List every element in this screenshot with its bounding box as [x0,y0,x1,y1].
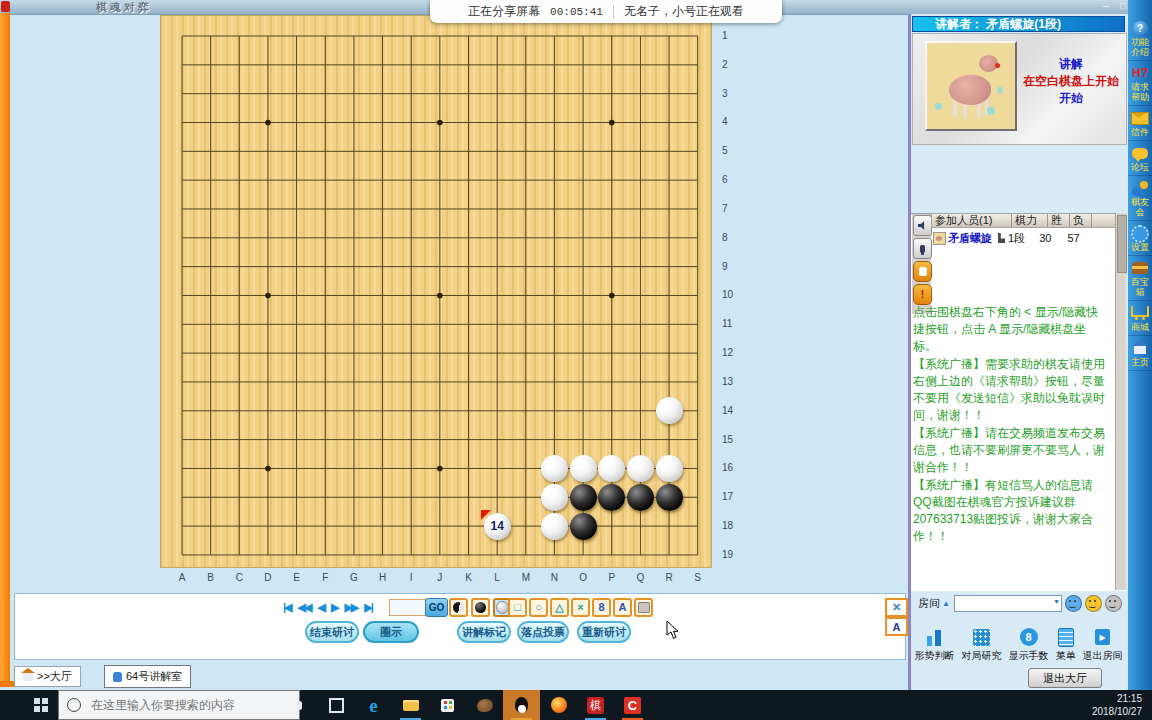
taskbar-firefox-icon[interactable] [540,690,577,720]
stone-black-o18 [570,513,597,540]
research-icon [973,629,990,646]
broadcast-message-area[interactable]: 点击围棋盘右下角的 < 显示/隐藏快捷按钮，点击 A 显示/隐藏棋盘坐标。【系统… [913,304,1109,590]
rail-label: 商城 [1130,322,1150,332]
taskbar-microphone-icon[interactable] [281,690,318,720]
stone-black-o17 [570,484,597,511]
broadcast-message-1: 点击围棋盘右下角的 < 显示/隐藏快捷按钮，点击 A 显示/隐藏棋盘坐标。 [913,304,1109,355]
rail-label: 论坛 [1130,162,1150,172]
stone-white-n18 [541,513,568,540]
window-title: 棋魂对弈 [96,0,152,14]
column-label: J [430,572,450,583]
rail-item-设置[interactable]: 设置 [1128,221,1152,256]
number-marker-icon: 8 [598,602,604,613]
room-combobox[interactable] [954,595,1062,612]
stone-black-r17 [656,484,683,511]
mail-icon [1131,112,1149,125]
clock-date: 2018/10/27 [1092,705,1142,718]
system-tray: 21:15 2018/10/27 [1086,690,1148,720]
lecture-button-4[interactable]: 落点投票 [517,621,569,643]
rail-label: 主页 [1130,357,1150,367]
share-status: 正在分享屏幕 [468,3,540,20]
column-label: B [201,572,221,583]
people-icon [1131,181,1149,196]
action-label: 显示手数 [1009,649,1049,663]
clock-time: 21:15 [1117,692,1142,705]
participant-wins: 30 [1039,232,1051,244]
participant-name: 矛盾螺旋 [948,231,992,246]
rank-icon [998,233,1005,243]
alert-icon: ! [921,289,925,300]
room-bar: 房间 ▲ [911,592,1126,614]
taskbar-store-icon[interactable] [429,690,466,720]
minimize-button[interactable]: ─ [1100,0,1112,13]
participant-row[interactable]: 矛盾螺旋 1段 30 57 [931,228,1118,248]
row-label: 10 [722,289,733,300]
column-label: D [258,572,278,583]
goat-art [987,107,995,115]
goat-art [997,87,1003,93]
number-marker-button[interactable]: 8 [592,598,611,617]
stone-tool-group [449,598,512,617]
column-label: M [516,572,536,583]
raise-hand-icon [919,267,927,276]
stone-white-r14 [656,397,683,424]
research-action[interactable]: 对局研究 [962,627,1002,663]
desktop: 棋魂对弈 ─ □ ✕ 14 ABCDEFGHIJKLMNOPQRS 123456… [0,0,1152,720]
rail-label: 设置 [1130,242,1150,252]
home-icon [23,673,33,681]
mic-icon [920,245,925,253]
lecture-line-3: 开始 [1017,90,1125,107]
column-label: K [459,572,479,583]
chat-scrollbar-thumb[interactable] [1117,215,1127,273]
column-label: F [315,572,335,583]
rail-label: 信件 [1130,127,1150,137]
eraser-button[interactable] [634,598,653,617]
col-participants: 参加人员(1) [932,214,1012,227]
circle-marker-icon: ○ [535,602,542,613]
share-divider [613,5,614,19]
taskbar-game-icon[interactable] [466,690,503,720]
speaker-button[interactable] [913,215,932,236]
room-label: 房间 [918,596,940,611]
participants-table: 参加人员(1) 棋力 胜 负 矛盾螺旋 1段 30 57 [931,213,1118,248]
share-timer: 00:05:41 [550,6,603,18]
row-label: 9 [722,261,728,272]
participant-rank: 1段 [1008,231,1025,246]
rail-label: 百宝箱 [1130,277,1150,297]
nav-fast-back-button[interactable]: ◀◀ [298,601,311,614]
column-label: S [688,572,708,583]
row-label: 13 [722,376,733,387]
rail-item-主页[interactable]: 主页 [1128,336,1152,371]
cross-marker-icon: × [577,602,583,613]
col-losses: 负 [1070,214,1092,227]
voice-button-column: ! [912,214,931,314]
cortana-icon [67,698,81,712]
taskbar-explorer-icon[interactable] [392,690,429,720]
board-column-labels: ABCDEFGHIJKLMNOPQRS [160,572,712,586]
lecture-button-2[interactable]: 圈示 [363,621,419,643]
tab-lecture-room-label: 64号讲解室 [126,669,182,684]
column-label: A [172,572,192,583]
taskbar-qi-icon[interactable] [577,690,614,720]
smiley-emote-button[interactable] [1085,595,1102,612]
stone-black-q17 [627,484,654,511]
nav-back-button[interactable]: ◀ [317,601,323,614]
mic-button[interactable] [913,238,932,259]
col-wins: 胜 [1048,214,1070,227]
column-label: I [401,572,421,583]
row-label: 15 [722,434,733,445]
circle-marker-button[interactable]: ○ [529,598,548,617]
taskbar-clock[interactable]: 21:15 2018/10/27 [1092,692,1142,718]
action-label: 形势判断 [915,649,955,663]
taskbar-search[interactable] [58,690,300,720]
participants-header: 参加人员(1) 棋力 胜 负 [931,213,1118,228]
column-label: L [487,572,507,583]
movenum-icon: 8 [1020,628,1038,646]
taskbar-apps [281,690,651,720]
row-label: 11 [722,318,732,329]
column-label: C [229,572,249,583]
column-label: O [573,572,593,583]
row-label: 8 [722,232,728,243]
menu-action[interactable]: 菜单 [1056,627,1076,663]
tab-lecture-room[interactable]: 64号讲解室 [104,665,191,688]
rail-item-论坛[interactable]: 论坛 [1128,141,1152,176]
exit-hall-button[interactable]: 退出大厅 [1028,668,1102,688]
row-label: 18 [722,520,733,531]
broadcast-message-3: 【系统广播】请在交易频道发布交易信息，也请不要刷屏更不要骂人，谢谢合作！！ [913,425,1109,476]
blue-face-emote-button[interactable] [1065,595,1082,612]
speaker-icon [918,221,927,230]
eraser-icon [638,602,650,613]
row-label: 16 [722,462,733,473]
stone-white-n17 [541,484,568,511]
sidebar-action-bar: 形势判断对局研究8显示手数菜单▶退出房间 [911,615,1126,663]
right-toolbar: ?功能介绍H?请求帮助信件论坛棋友会设置百宝箱商城主页 [1128,0,1152,690]
taskbar-task-view-icon[interactable] [318,690,355,720]
sidebar: 讲解者： 矛盾螺旋(1段) 讲解 在空白棋盘上开始 开始 ! 参加人员(1 [911,14,1128,690]
col-spare [1092,214,1117,227]
stone-black-p17 [598,484,625,511]
lecturer-header: 讲解者： 矛盾螺旋(1段) [912,16,1125,32]
lecturer-avatar [925,41,1017,131]
action-label: 菜单 [1056,649,1076,663]
row-label: 1 [722,30,728,41]
column-label: G [344,572,364,583]
row-label: 12 [722,347,733,358]
taskbar-edge-icon[interactable] [355,690,392,720]
move-number-label: 14 [484,513,511,540]
stone-white-l18: 14 [484,513,511,540]
row-label: 3 [722,88,728,99]
rail-item-功能介绍[interactable]: ?功能介绍 [1128,16,1152,61]
lecture-button-1[interactable]: 结束研讨 [305,621,359,643]
lecture-button-5[interactable]: 重新研讨 [577,621,631,643]
gear-icon [1131,225,1149,243]
nav-fast-forward-button[interactable]: ▶▶ [344,601,357,614]
hand-icon [113,672,122,682]
stone-white-o16 [570,455,597,482]
goat-art [949,75,991,105]
rail-item-请求帮助[interactable]: H?请求帮助 [1128,61,1152,106]
triangle-marker-icon: △ [555,602,563,613]
letter-marker-icon: A [619,602,627,613]
letter-marker-button[interactable]: A [613,598,632,617]
app-icon [1,1,10,12]
start-button[interactable] [26,690,56,720]
action-label: 退出房间 [1083,649,1123,663]
menu-icon [1058,628,1074,647]
stone-white-n16 [541,455,568,482]
question-circle-icon: ? [1133,21,1148,36]
lecture-line-1: 讲解 [1017,56,1125,73]
room-collapse-button[interactable]: ▲ [942,599,950,608]
rail-item-棋友会[interactable]: 棋友会 [1128,176,1152,221]
gray-face-emote-button[interactable] [1105,595,1122,612]
rail-label: 请求帮助 [1130,82,1150,102]
taskbar: 21:15 2018/10/27 [0,690,1152,720]
column-label: Q [630,572,650,583]
column-label: H [373,572,393,583]
exitroom-action[interactable]: ▶退出房间 [1083,627,1123,663]
treasure-icon [1132,262,1148,274]
goat-art [995,63,1000,68]
goat-art [935,103,942,110]
search-input[interactable] [89,697,283,713]
row-label: 4 [722,116,728,127]
nav-forward-button[interactable]: ▶ [331,601,337,614]
tab-lobby[interactable]: >>大厅 [14,666,81,687]
row-label: 6 [722,174,728,185]
column-label: P [602,572,622,583]
coords-toggle-button[interactable]: A [885,617,908,636]
alternate-stone-icon [453,602,464,613]
screen-share-bar: 正在分享屏幕 00:05:41 无名子，小号正在观看 [430,0,782,23]
triangle-marker-button[interactable]: △ [550,598,569,617]
go-board[interactable]: 14 [160,15,712,568]
row-label: 7 [722,203,728,214]
row-label: 2 [722,59,728,70]
participant-losses: 57 [1067,232,1079,244]
left-accent-strip [0,13,10,686]
stone-white-p16 [598,455,625,482]
broadcast-message-2: 【系统广播】需要求助的棋友请使用右侧上边的《请求帮助》按钮，尽量不要用《发送短信… [913,356,1109,424]
row-label: 14 [722,405,733,416]
nav-first-button[interactable]: |◀ [283,601,291,614]
lecture-line-2: 在空白棋盘上开始 [1017,73,1125,90]
move-nav-buttons: |◀◀◀◀▶▶▶▶| [283,599,372,615]
chat-scrollbar[interactable] [1115,213,1126,590]
tab-lobby-label: >>大厅 [37,669,72,684]
exitroom-icon: ▶ [1095,629,1110,645]
square-marker-button[interactable]: □ [508,598,527,617]
lecture-button-3[interactable]: 讲解标记 [457,621,511,643]
close-x-button[interactable]: ✕ [885,598,908,617]
share-viewers: 无名子，小号正在观看 [624,3,744,20]
mouse-cursor [666,620,680,640]
taskbar-qq-icon[interactable] [503,690,540,720]
rail-item-商城[interactable]: 商城 [1128,301,1152,336]
participant-avatar [933,232,946,245]
row-label: 17 [722,491,733,502]
broadcast-message-4: 【系统广播】有短信骂人的信息请QQ截图在棋魂官方投诉建议群207633713贴图… [913,477,1109,545]
taskbar-c-icon[interactable] [614,690,651,720]
chart-icon [927,629,942,646]
emote-buttons [1062,595,1122,612]
help-icon: H? [1132,66,1148,80]
cart-icon [1131,306,1149,317]
stone-white-r16 [656,455,683,482]
square-marker-icon: □ [514,602,521,613]
movenum-action[interactable]: 8显示手数 [1009,627,1049,663]
column-label: E [287,572,307,583]
go-button[interactable]: GO [425,598,448,617]
nav-last-button[interactable]: ▶| [364,601,372,614]
rail-item-百宝箱[interactable]: 百宝箱 [1128,256,1152,301]
row-label: 19 [722,549,733,560]
move-number-input[interactable] [389,599,427,616]
black-stone-icon [475,602,486,613]
raise-hand-button[interactable] [913,261,932,282]
row-label: 5 [722,145,728,156]
black-stone-button[interactable] [471,598,490,617]
forum-icon [1132,148,1148,159]
column-label: N [544,572,564,583]
rail-label: 功能介绍 [1130,37,1150,57]
alert-button[interactable]: ! [913,284,932,305]
home-icon [1134,346,1146,354]
col-rank: 棋力 [1012,214,1048,227]
cross-marker-button[interactable]: × [571,598,590,617]
marker-tool-group: □○△×8A [508,598,653,617]
chart-action[interactable]: 形势判断 [915,627,955,663]
action-label: 对局研究 [962,649,1002,663]
lecturer-info-panel: 讲解 在空白棋盘上开始 开始 [912,33,1127,145]
stone-white-q16 [627,455,654,482]
rail-label: 棋友会 [1130,197,1150,217]
board-row-labels: 12345678910111213141516171819 [712,15,742,568]
alternate-stone-button[interactable] [449,598,468,617]
column-label: R [659,572,679,583]
rail-item-信件[interactable]: 信件 [1128,106,1152,141]
